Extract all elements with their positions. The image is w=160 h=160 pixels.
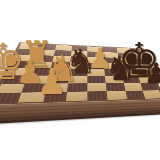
piece-black-pawn[interactable]: ♟ <box>143 60 160 88</box>
piece-white-pawn-c2[interactable]: ♟ <box>37 65 67 99</box>
pieces-layer: ♚♜♟♟♞♞♟♞♚♟ <box>0 0 160 160</box>
piece-black-knight-f4[interactable]: ♞ <box>105 51 135 85</box>
chess-photo: ♚♜♟♟♞♞♟♞♚♟ <box>0 0 160 160</box>
